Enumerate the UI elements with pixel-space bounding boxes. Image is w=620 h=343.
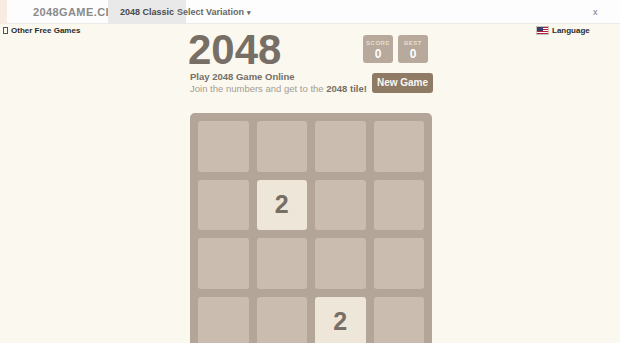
new-game-button[interactable]: New Game	[372, 73, 433, 93]
board-cell	[374, 180, 425, 231]
tile-2: 2	[315, 297, 366, 343]
best-label: BEST	[398, 40, 428, 46]
board-cell	[315, 238, 366, 289]
board-cell	[257, 238, 308, 289]
board-cell	[374, 238, 425, 289]
select-variation-label: Select Variation	[177, 7, 244, 17]
score-value: 0	[363, 47, 393, 61]
board-cell	[374, 121, 425, 172]
subtitle-text: Join the numbers and get to the	[190, 83, 326, 94]
board-cell	[198, 238, 249, 289]
subtitle: Join the numbers and get to the 2048 til…	[190, 83, 367, 94]
subtitle-goal: 2048 tile!	[326, 83, 367, 94]
other-free-games-link[interactable]: Other Free Games	[3, 25, 80, 35]
board-cell	[257, 297, 308, 343]
select-variation-dropdown[interactable]: Select Variation▾	[177, 0, 251, 24]
best-box: BEST 0	[398, 35, 428, 63]
board-cell	[315, 121, 366, 172]
board-cell	[198, 121, 249, 172]
page-title: 2048	[188, 30, 281, 70]
tagline: Play 2048 Game Online	[190, 71, 295, 82]
page: 2048GAME.CLUB 2048 Classic Select Variat…	[0, 0, 620, 343]
board-cell	[374, 297, 425, 343]
score-box: SCORE 0	[363, 35, 393, 63]
board-cell	[315, 180, 366, 231]
other-games-label: Other Free Games	[11, 26, 80, 35]
tile-2: 2	[257, 180, 308, 231]
language-selector[interactable]: Language	[536, 25, 590, 35]
other-games-icon	[3, 27, 8, 34]
us-flag-icon	[536, 26, 549, 35]
chevron-down-icon: ▾	[247, 9, 251, 16]
edge-strip	[0, 0, 7, 24]
close-icon[interactable]: x	[590, 0, 601, 24]
board-cell	[257, 121, 308, 172]
board-cell	[198, 180, 249, 231]
top-navbar: 2048GAME.CLUB 2048 Classic Select Variat…	[0, 0, 620, 24]
language-label: Language	[552, 26, 590, 35]
score-label: SCORE	[363, 40, 393, 46]
tab-2048-classic[interactable]: 2048 Classic	[108, 0, 186, 24]
best-value: 0	[398, 47, 428, 61]
board-grid: 22	[190, 113, 432, 343]
board-cell	[198, 297, 249, 343]
